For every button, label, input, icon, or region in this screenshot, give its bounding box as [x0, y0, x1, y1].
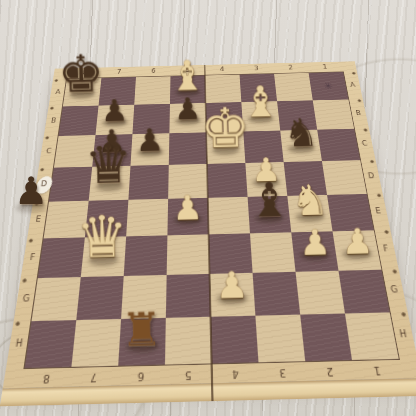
square-b2[interactable] [277, 100, 317, 130]
square-b8[interactable] [59, 105, 99, 135]
square-b3[interactable] [241, 101, 280, 131]
file-label-left-A: A [55, 90, 61, 96]
piece-dark-bishop[interactable]: ♝ [248, 175, 291, 223]
square-b5[interactable] [169, 103, 206, 133]
screw-dot [370, 160, 373, 163]
rank-label-top-2: 2 [288, 65, 293, 70]
file-label-right-B: B [355, 111, 361, 117]
square-c1[interactable] [317, 129, 360, 161]
square-d4[interactable] [207, 163, 248, 198]
piece-white-queen[interactable]: ♛ [76, 208, 129, 267]
square-c4[interactable] [206, 131, 245, 163]
rank-label-top-3: 3 [254, 66, 259, 71]
file-label-left-B: B [51, 118, 57, 124]
piece-white-pawn[interactable]: ♟ [172, 190, 203, 224]
square-c2[interactable] [280, 129, 322, 161]
maker-stamp-icon: ✳ [323, 81, 334, 91]
square-c3[interactable] [243, 130, 283, 162]
rank-label-top-4: 4 [220, 67, 225, 72]
square-b4[interactable] [206, 102, 244, 132]
rank-label-top-8: 8 [82, 70, 87, 75]
square-a3[interactable] [240, 74, 278, 102]
square-b1[interactable] [313, 99, 354, 129]
screw-dot [377, 194, 381, 197]
piece-white-knight[interactable]: ♞ [291, 179, 330, 222]
rank-label-top-1: 1 [322, 64, 327, 69]
piece-dark-rook[interactable]: ♜ [120, 305, 163, 352]
square-b7[interactable] [95, 105, 134, 135]
screw-dot [358, 99, 361, 101]
screw-dot [364, 129, 367, 131]
file-label-right-D: D [368, 173, 375, 180]
piece-white-pawn[interactable]: ♟ [215, 267, 249, 304]
chess-board[interactable]: 8877665544332211AABBCCDDEEFFGGHH✳ ♚♛♜♝♞♟… [0, 61, 416, 406]
file-label-left-C: C [46, 148, 52, 154]
square-a8[interactable] [63, 78, 102, 106]
rank-label-top-6: 6 [151, 69, 156, 74]
square-a4[interactable] [205, 74, 241, 102]
captured-dark-pawn[interactable]: ♟ [14, 172, 48, 210]
file-label-right-A: A [350, 82, 356, 88]
piece-white-pawn[interactable]: ♟ [299, 224, 331, 260]
square-d7[interactable] [89, 166, 131, 201]
square-a2[interactable] [274, 73, 313, 101]
piece-white-pawn[interactable]: ♟ [341, 223, 373, 259]
square-c8[interactable] [54, 135, 96, 168]
screw-dot [352, 72, 355, 74]
square-a6[interactable] [134, 76, 170, 104]
square-c5[interactable] [169, 132, 207, 164]
photo-scene: 8877665544332211AABBCCDDEEFFGGHH✳ ♚♛♜♝♞♟… [0, 0, 416, 416]
square-a5[interactable] [170, 75, 206, 103]
square-a7[interactable] [99, 77, 136, 105]
square-b6[interactable] [132, 104, 170, 134]
rank-label-top-7: 7 [117, 69, 122, 74]
square-c7[interactable] [92, 134, 132, 167]
square-d8[interactable] [49, 167, 92, 202]
rank-label-top-5: 5 [186, 68, 190, 73]
square-c6[interactable] [130, 133, 169, 165]
file-label-right-C: C [361, 141, 368, 147]
square-d6[interactable] [128, 165, 168, 200]
